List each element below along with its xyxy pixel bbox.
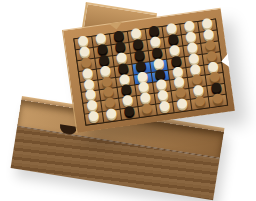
white-peg: ● bbox=[127, 25, 146, 40]
white-peg: ● bbox=[91, 30, 110, 45]
board-cell[interactable]: ● bbox=[209, 95, 227, 107]
white-peg: ● bbox=[74, 32, 93, 47]
black-peg: ● bbox=[109, 27, 128, 42]
othello-board: ●●●●●●●●●●●●●●●●●●●●●●●●●●●●●●●●●●●●●●●●… bbox=[73, 18, 228, 125]
white-peg: ● bbox=[198, 15, 217, 30]
white-peg: ● bbox=[180, 17, 199, 32]
board-cell[interactable]: ● bbox=[191, 97, 209, 109]
board-cell[interactable]: ● bbox=[138, 105, 156, 117]
board-cell[interactable]: ● bbox=[103, 110, 121, 122]
board-cell[interactable]: ● bbox=[156, 102, 174, 114]
black-peg: ● bbox=[145, 22, 164, 37]
board-cell[interactable]: ● bbox=[120, 107, 138, 119]
board-cell[interactable]: ● bbox=[85, 112, 103, 124]
board-lid: ●●●●●●●●●●●●●●●●●●●●●●●●●●●●●●●●●●●●●●●●… bbox=[62, 8, 235, 133]
lid-top-notch-icon bbox=[109, 22, 124, 32]
product-photo: ●●●●●●●●●●●●●●●●●●●●●●●●●●●●●●●●●●●●●●●●… bbox=[0, 0, 256, 201]
board-cell[interactable]: ● bbox=[174, 100, 192, 112]
white-peg: ● bbox=[162, 20, 181, 35]
